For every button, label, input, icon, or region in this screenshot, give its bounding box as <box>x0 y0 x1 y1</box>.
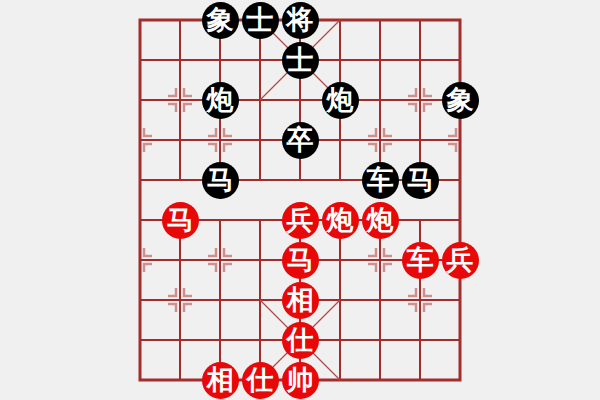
piece-black-advisor[interactable]: 士 <box>242 2 279 39</box>
piece-red-horse[interactable]: 马 <box>282 242 319 279</box>
piece-black-cannon[interactable]: 炮 <box>322 82 359 119</box>
piece-black-soldier[interactable]: 卒 <box>282 122 319 159</box>
piece-red-advisor[interactable]: 仕 <box>242 362 279 399</box>
xiangqi-app: 象士将士炮炮象卒马车马马兵炮炮马车兵相仕相仕帅 <box>0 0 600 400</box>
piece-red-soldier[interactable]: 兵 <box>282 202 319 239</box>
piece-red-horse[interactable]: 马 <box>162 202 199 239</box>
piece-black-general[interactable]: 将 <box>282 2 319 39</box>
piece-red-cannon[interactable]: 炮 <box>362 202 399 239</box>
piece-red-soldier[interactable]: 兵 <box>442 242 479 279</box>
piece-black-chariot[interactable]: 车 <box>362 162 399 199</box>
piece-black-horse[interactable]: 马 <box>202 162 239 199</box>
piece-black-cannon[interactable]: 炮 <box>202 82 239 119</box>
piece-black-advisor[interactable]: 士 <box>282 42 319 79</box>
piece-red-cannon[interactable]: 炮 <box>322 202 359 239</box>
piece-red-advisor[interactable]: 仕 <box>282 322 319 359</box>
piece-black-elephant[interactable]: 象 <box>442 82 479 119</box>
piece-red-elephant[interactable]: 相 <box>202 362 239 399</box>
piece-black-horse[interactable]: 马 <box>402 162 439 199</box>
xiangqi-board[interactable]: 象士将士炮炮象卒马车马马兵炮炮马车兵相仕相仕帅 <box>120 0 480 400</box>
piece-black-elephant[interactable]: 象 <box>202 2 239 39</box>
piece-red-chariot[interactable]: 车 <box>402 242 439 279</box>
piece-red-elephant[interactable]: 相 <box>282 282 319 319</box>
piece-red-general[interactable]: 帅 <box>282 362 319 399</box>
